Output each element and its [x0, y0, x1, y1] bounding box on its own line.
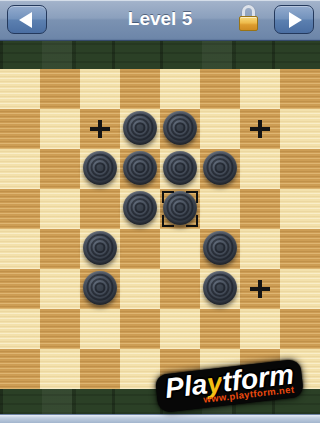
- checker-piece[interactable]: [163, 111, 197, 145]
- square-r5c5[interactable]: [200, 269, 240, 309]
- square-r4c6[interactable]: [240, 229, 280, 269]
- checker-piece[interactable]: [83, 151, 117, 185]
- square-r7c2[interactable]: [80, 349, 120, 389]
- square-r5c3[interactable]: [120, 269, 160, 309]
- square-r5c4[interactable]: [160, 269, 200, 309]
- right-arrow-icon: [289, 12, 302, 28]
- checker-piece[interactable]: [123, 191, 157, 225]
- piece-ring: [95, 162, 106, 173]
- square-r4c1[interactable]: [40, 229, 80, 269]
- square-r6c2[interactable]: [80, 309, 120, 349]
- square-r1c6[interactable]: [240, 109, 280, 149]
- piece-ring: [135, 162, 146, 173]
- square-r2c1[interactable]: [40, 149, 80, 189]
- square-r2c5[interactable]: [200, 149, 240, 189]
- square-r6c1[interactable]: [40, 309, 80, 349]
- checker-piece[interactable]: [163, 151, 197, 185]
- square-r5c6[interactable]: [240, 269, 280, 309]
- bottom-toolbar-edge: [0, 414, 320, 423]
- square-r1c4[interactable]: [160, 109, 200, 149]
- square-r5c0[interactable]: [0, 269, 40, 309]
- square-r1c1[interactable]: [40, 109, 80, 149]
- square-r1c7[interactable]: [280, 109, 320, 149]
- square-r2c2[interactable]: [80, 149, 120, 189]
- square-r2c3[interactable]: [120, 149, 160, 189]
- square-r5c2[interactable]: [80, 269, 120, 309]
- checker-piece[interactable]: [203, 151, 237, 185]
- square-r1c3[interactable]: [120, 109, 160, 149]
- piece-ring: [135, 202, 146, 213]
- square-r4c0[interactable]: [0, 229, 40, 269]
- square-r6c7[interactable]: [280, 309, 320, 349]
- target-marker[interactable]: [90, 120, 110, 138]
- piece-ring: [95, 282, 106, 293]
- checker-piece[interactable]: [123, 111, 157, 145]
- square-r0c7[interactable]: [280, 69, 320, 109]
- square-r1c5[interactable]: [200, 109, 240, 149]
- square-r6c4[interactable]: [160, 309, 200, 349]
- checker-piece[interactable]: [163, 191, 197, 225]
- square-r3c3[interactable]: [120, 189, 160, 229]
- piece-ring: [175, 162, 186, 173]
- left-arrow-icon: [19, 12, 32, 28]
- square-r0c0[interactable]: [0, 69, 40, 109]
- square-r4c4[interactable]: [160, 229, 200, 269]
- square-r6c3[interactable]: [120, 309, 160, 349]
- square-r3c5[interactable]: [200, 189, 240, 229]
- square-r0c6[interactable]: [240, 69, 280, 109]
- square-r5c7[interactable]: [280, 269, 320, 309]
- square-r3c7[interactable]: [280, 189, 320, 229]
- square-r6c6[interactable]: [240, 309, 280, 349]
- square-r0c2[interactable]: [80, 69, 120, 109]
- piece-ring: [215, 282, 226, 293]
- brand-pre: Pla: [164, 368, 209, 404]
- checker-piece[interactable]: [123, 151, 157, 185]
- square-r2c7[interactable]: [280, 149, 320, 189]
- square-r4c5[interactable]: [200, 229, 240, 269]
- square-r3c4[interactable]: [160, 189, 200, 229]
- square-r4c2[interactable]: [80, 229, 120, 269]
- piece-ring: [215, 162, 226, 173]
- square-r4c3[interactable]: [120, 229, 160, 269]
- square-r0c4[interactable]: [160, 69, 200, 109]
- checker-piece[interactable]: [83, 231, 117, 265]
- square-r6c0[interactable]: [0, 309, 40, 349]
- square-r3c2[interactable]: [80, 189, 120, 229]
- checker-piece[interactable]: [203, 271, 237, 305]
- target-marker[interactable]: [250, 280, 270, 298]
- piece-ring: [175, 202, 186, 213]
- checkers-board: [0, 69, 320, 389]
- level-title: Level 5: [0, 0, 320, 40]
- square-r6c5[interactable]: [200, 309, 240, 349]
- piece-ring: [215, 242, 226, 253]
- piece-ring: [95, 242, 106, 253]
- next-level-button[interactable]: [274, 5, 314, 34]
- lock-body: [239, 16, 258, 31]
- checker-piece[interactable]: [203, 231, 237, 265]
- piece-ring: [135, 122, 146, 133]
- square-r1c0[interactable]: [0, 109, 40, 149]
- square-r2c0[interactable]: [0, 149, 40, 189]
- lock-icon[interactable]: [239, 5, 258, 33]
- square-r0c5[interactable]: [200, 69, 240, 109]
- square-r4c7[interactable]: [280, 229, 320, 269]
- square-r3c6[interactable]: [240, 189, 280, 229]
- square-r2c4[interactable]: [160, 149, 200, 189]
- square-r7c3[interactable]: [120, 349, 160, 389]
- square-r7c0[interactable]: [0, 349, 40, 389]
- square-r0c3[interactable]: [120, 69, 160, 109]
- target-marker[interactable]: [250, 120, 270, 138]
- square-r7c1[interactable]: [40, 349, 80, 389]
- square-r0c1[interactable]: [40, 69, 80, 109]
- checker-piece[interactable]: [83, 271, 117, 305]
- square-r1c2[interactable]: [80, 109, 120, 149]
- square-r5c1[interactable]: [40, 269, 80, 309]
- prev-level-button[interactable]: [7, 5, 47, 34]
- square-r3c0[interactable]: [0, 189, 40, 229]
- piece-ring: [175, 122, 186, 133]
- square-r3c1[interactable]: [40, 189, 80, 229]
- square-r2c6[interactable]: [240, 149, 280, 189]
- nav-bar: Level 5: [0, 0, 320, 41]
